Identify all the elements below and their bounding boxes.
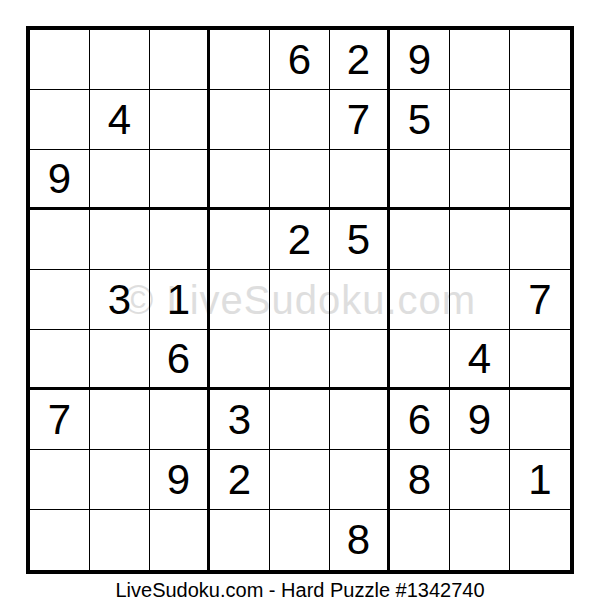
cell-r7c2[interactable] (90, 390, 150, 450)
cell-r5c7[interactable] (390, 270, 450, 330)
cell-r4c6[interactable]: 5 (330, 210, 390, 270)
sudoku-page: © LiveSudoku.com 62947592531764736992818… (0, 0, 600, 615)
puzzle-caption: LiveSudoku.com - Hard Puzzle #1342740 (0, 579, 600, 602)
cell-r8c8[interactable] (450, 450, 510, 510)
cell-r4c1[interactable] (30, 210, 90, 270)
cell-r9c3[interactable] (150, 510, 210, 570)
cell-r9c4[interactable] (210, 510, 270, 570)
cell-r2c9[interactable] (510, 90, 570, 150)
cell-r4c9[interactable] (510, 210, 570, 270)
cell-r5c2[interactable]: 3 (90, 270, 150, 330)
cell-r1c6[interactable]: 2 (330, 30, 390, 90)
cell-r9c9[interactable] (510, 510, 570, 570)
cell-r8c2[interactable] (90, 450, 150, 510)
cell-r4c4[interactable] (210, 210, 270, 270)
cell-r3c7[interactable] (390, 150, 450, 210)
cell-r7c1[interactable]: 7 (30, 390, 90, 450)
cell-r5c9[interactable]: 7 (510, 270, 570, 330)
cell-r3c6[interactable] (330, 150, 390, 210)
cell-r8c4[interactable]: 2 (210, 450, 270, 510)
cell-r7c8[interactable]: 9 (450, 390, 510, 450)
cell-r6c4[interactable] (210, 330, 270, 390)
cell-r8c7[interactable]: 8 (390, 450, 450, 510)
cell-r4c3[interactable] (150, 210, 210, 270)
cell-r8c5[interactable] (270, 450, 330, 510)
cell-r2c1[interactable] (30, 90, 90, 150)
cell-r1c9[interactable] (510, 30, 570, 90)
cell-r6c2[interactable] (90, 330, 150, 390)
cell-r4c5[interactable]: 2 (270, 210, 330, 270)
cell-r6c7[interactable] (390, 330, 450, 390)
cell-r2c5[interactable] (270, 90, 330, 150)
cell-r6c5[interactable] (270, 330, 330, 390)
cell-r2c8[interactable] (450, 90, 510, 150)
cell-r6c6[interactable] (330, 330, 390, 390)
cell-r5c1[interactable] (30, 270, 90, 330)
cell-r6c9[interactable] (510, 330, 570, 390)
cell-r2c3[interactable] (150, 90, 210, 150)
cell-r9c7[interactable] (390, 510, 450, 570)
cell-r3c1[interactable]: 9 (30, 150, 90, 210)
cell-r5c8[interactable] (450, 270, 510, 330)
cell-r5c5[interactable] (270, 270, 330, 330)
cell-r3c3[interactable] (150, 150, 210, 210)
sudoku-board: 62947592531764736992818 (26, 26, 574, 574)
cell-r2c4[interactable] (210, 90, 270, 150)
cell-r1c1[interactable] (30, 30, 90, 90)
cell-r1c7[interactable]: 9 (390, 30, 450, 90)
cell-r1c4[interactable] (210, 30, 270, 90)
cell-r1c2[interactable] (90, 30, 150, 90)
cell-r3c5[interactable] (270, 150, 330, 210)
cell-r4c8[interactable] (450, 210, 510, 270)
cell-r8c6[interactable] (330, 450, 390, 510)
cell-r1c8[interactable] (450, 30, 510, 90)
cell-r3c2[interactable] (90, 150, 150, 210)
cell-r1c3[interactable] (150, 30, 210, 90)
cell-r3c9[interactable] (510, 150, 570, 210)
cell-r4c2[interactable] (90, 210, 150, 270)
cell-r7c3[interactable] (150, 390, 210, 450)
cell-r7c6[interactable] (330, 390, 390, 450)
cell-r5c3[interactable]: 1 (150, 270, 210, 330)
cell-r9c5[interactable] (270, 510, 330, 570)
cell-r2c6[interactable]: 7 (330, 90, 390, 150)
cell-r6c1[interactable] (30, 330, 90, 390)
cell-r8c9[interactable]: 1 (510, 450, 570, 510)
cell-r4c7[interactable] (390, 210, 450, 270)
cell-r1c5[interactable]: 6 (270, 30, 330, 90)
cell-r8c3[interactable]: 9 (150, 450, 210, 510)
cell-r7c9[interactable] (510, 390, 570, 450)
cell-r8c1[interactable] (30, 450, 90, 510)
cell-r9c6[interactable]: 8 (330, 510, 390, 570)
cell-r3c4[interactable] (210, 150, 270, 210)
cell-r5c6[interactable] (330, 270, 390, 330)
cell-r9c2[interactable] (90, 510, 150, 570)
cell-r9c8[interactable] (450, 510, 510, 570)
cell-r7c7[interactable]: 6 (390, 390, 450, 450)
cell-r7c5[interactable] (270, 390, 330, 450)
cell-r6c3[interactable]: 6 (150, 330, 210, 390)
cell-r7c4[interactable]: 3 (210, 390, 270, 450)
cell-r2c7[interactable]: 5 (390, 90, 450, 150)
cell-r3c8[interactable] (450, 150, 510, 210)
cell-r5c4[interactable] (210, 270, 270, 330)
cell-r2c2[interactable]: 4 (90, 90, 150, 150)
cell-r6c8[interactable]: 4 (450, 330, 510, 390)
cell-r9c1[interactable] (30, 510, 90, 570)
